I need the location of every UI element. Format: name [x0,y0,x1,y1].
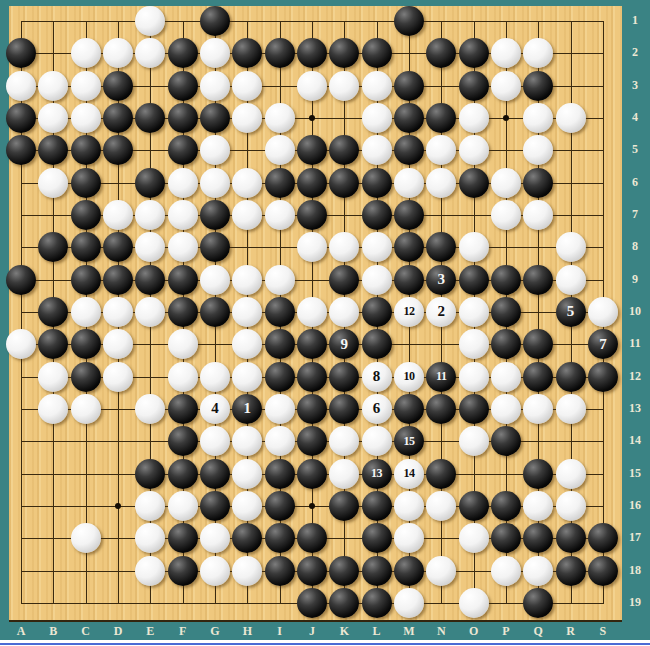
intersection-K3[interactable] [328,69,360,101]
intersection-P14[interactable] [490,425,522,457]
intersection-M7[interactable] [393,199,425,231]
intersection-I8[interactable] [263,231,295,263]
intersection-G10[interactable] [199,296,231,328]
intersection-C14[interactable] [69,425,101,457]
intersection-G6[interactable] [199,166,231,198]
intersection-N5[interactable] [425,134,457,166]
intersection-H8[interactable] [231,231,263,263]
intersection-B16[interactable] [37,490,69,522]
intersection-O1[interactable] [457,5,489,37]
intersection-C12[interactable] [69,360,101,392]
intersection-R13[interactable] [554,393,586,425]
intersection-B18[interactable] [37,554,69,586]
intersection-A14[interactable] [5,425,37,457]
intersection-L3[interactable] [360,69,392,101]
intersection-K18[interactable] [328,554,360,586]
intersection-G16[interactable] [199,490,231,522]
intersection-L1[interactable] [360,5,392,37]
intersection-D2[interactable] [102,37,134,69]
intersection-S16[interactable] [587,490,619,522]
intersection-S6[interactable] [587,166,619,198]
intersection-G1[interactable] [199,5,231,37]
intersection-I18[interactable] [263,554,295,586]
intersection-D12[interactable] [102,360,134,392]
intersection-J16[interactable] [296,490,328,522]
intersection-J4[interactable] [296,102,328,134]
intersection-N15[interactable] [425,457,457,489]
intersection-H4[interactable] [231,102,263,134]
intersection-R7[interactable] [554,199,586,231]
intersection-F1[interactable] [166,5,198,37]
intersection-R16[interactable] [554,490,586,522]
intersection-H16[interactable] [231,490,263,522]
intersection-C11[interactable] [69,328,101,360]
intersection-E12[interactable] [134,360,166,392]
intersection-O10[interactable] [457,296,489,328]
intersection-E3[interactable] [134,69,166,101]
intersection-E14[interactable] [134,425,166,457]
intersection-H14[interactable] [231,425,263,457]
intersection-G7[interactable] [199,199,231,231]
intersection-F10[interactable] [166,296,198,328]
intersection-F3[interactable] [166,69,198,101]
intersection-L9[interactable] [360,263,392,295]
intersection-G18[interactable] [199,554,231,586]
intersection-S11[interactable]: 7 [587,328,619,360]
intersection-A12[interactable] [5,360,37,392]
intersection-H10[interactable] [231,296,263,328]
intersection-D15[interactable] [102,457,134,489]
intersection-P3[interactable] [490,69,522,101]
intersection-K9[interactable] [328,263,360,295]
intersection-H19[interactable] [231,587,263,619]
intersection-R19[interactable] [554,587,586,619]
intersection-F15[interactable] [166,457,198,489]
intersection-J17[interactable] [296,522,328,554]
intersection-N17[interactable] [425,522,457,554]
intersection-Q14[interactable] [522,425,554,457]
intersection-Q6[interactable] [522,166,554,198]
intersection-E13[interactable] [134,393,166,425]
intersection-A17[interactable] [5,522,37,554]
intersection-L19[interactable] [360,587,392,619]
intersection-F4[interactable] [166,102,198,134]
intersection-P13[interactable] [490,393,522,425]
intersection-N12[interactable]: 11 [425,360,457,392]
intersection-E2[interactable] [134,37,166,69]
intersection-J15[interactable] [296,457,328,489]
intersection-S8[interactable] [587,231,619,263]
intersection-A15[interactable] [5,457,37,489]
intersection-N1[interactable] [425,5,457,37]
intersection-G9[interactable] [199,263,231,295]
intersection-A5[interactable] [5,134,37,166]
intersection-K13[interactable] [328,393,360,425]
intersection-H3[interactable] [231,69,263,101]
intersection-O5[interactable] [457,134,489,166]
intersection-H5[interactable] [231,134,263,166]
intersection-H15[interactable] [231,457,263,489]
intersection-B10[interactable] [37,296,69,328]
intersection-M2[interactable] [393,37,425,69]
intersection-F8[interactable] [166,231,198,263]
intersection-J14[interactable] [296,425,328,457]
intersection-N2[interactable] [425,37,457,69]
intersection-N6[interactable] [425,166,457,198]
intersection-E17[interactable] [134,522,166,554]
intersection-Q7[interactable] [522,199,554,231]
intersection-Q8[interactable] [522,231,554,263]
intersection-C1[interactable] [69,5,101,37]
intersection-G19[interactable] [199,587,231,619]
intersection-D8[interactable] [102,231,134,263]
intersection-S3[interactable] [587,69,619,101]
intersection-A2[interactable] [5,37,37,69]
intersection-I1[interactable] [263,5,295,37]
intersection-H7[interactable] [231,199,263,231]
intersection-F7[interactable] [166,199,198,231]
intersection-K12[interactable] [328,360,360,392]
intersection-A7[interactable] [5,199,37,231]
intersection-F2[interactable] [166,37,198,69]
intersection-I3[interactable] [263,69,295,101]
intersection-H17[interactable] [231,522,263,554]
intersection-B9[interactable] [37,263,69,295]
intersection-G14[interactable] [199,425,231,457]
intersection-L16[interactable] [360,490,392,522]
intersection-Q13[interactable] [522,393,554,425]
intersection-K14[interactable] [328,425,360,457]
intersection-M10[interactable]: 12 [393,296,425,328]
intersection-O14[interactable] [457,425,489,457]
intersection-L8[interactable] [360,231,392,263]
intersection-N14[interactable] [425,425,457,457]
intersection-M12[interactable]: 10 [393,360,425,392]
intersection-S10[interactable] [587,296,619,328]
intersection-K17[interactable] [328,522,360,554]
intersection-L7[interactable] [360,199,392,231]
intersection-Q9[interactable] [522,263,554,295]
intersection-J18[interactable] [296,554,328,586]
intersection-I4[interactable] [263,102,295,134]
intersection-E7[interactable] [134,199,166,231]
intersection-Q1[interactable] [522,5,554,37]
intersection-H6[interactable] [231,166,263,198]
intersection-N3[interactable] [425,69,457,101]
intersection-H11[interactable] [231,328,263,360]
intersection-G8[interactable] [199,231,231,263]
intersection-C3[interactable] [69,69,101,101]
intersection-I9[interactable] [263,263,295,295]
intersection-C7[interactable] [69,199,101,231]
intersection-J5[interactable] [296,134,328,166]
intersection-K5[interactable] [328,134,360,166]
intersection-H12[interactable] [231,360,263,392]
intersection-F13[interactable] [166,393,198,425]
intersection-P4[interactable] [490,102,522,134]
intersection-Q17[interactable] [522,522,554,554]
intersection-L4[interactable] [360,102,392,134]
intersection-P12[interactable] [490,360,522,392]
intersection-B14[interactable] [37,425,69,457]
intersection-P18[interactable] [490,554,522,586]
intersection-I12[interactable] [263,360,295,392]
intersection-P17[interactable] [490,522,522,554]
intersection-B6[interactable] [37,166,69,198]
intersection-A18[interactable] [5,554,37,586]
intersection-K16[interactable] [328,490,360,522]
intersection-P10[interactable] [490,296,522,328]
intersection-B15[interactable] [37,457,69,489]
intersection-M17[interactable] [393,522,425,554]
intersection-I2[interactable] [263,37,295,69]
intersection-L11[interactable] [360,328,392,360]
intersection-Q2[interactable] [522,37,554,69]
intersection-N11[interactable] [425,328,457,360]
intersection-G17[interactable] [199,522,231,554]
intersection-R11[interactable] [554,328,586,360]
intersection-D19[interactable] [102,587,134,619]
intersection-L13[interactable]: 6 [360,393,392,425]
intersection-K1[interactable] [328,5,360,37]
intersection-R2[interactable] [554,37,586,69]
intersection-I14[interactable] [263,425,295,457]
intersection-N18[interactable] [425,554,457,586]
intersection-K11[interactable]: 9 [328,328,360,360]
intersection-I16[interactable] [263,490,295,522]
intersection-O12[interactable] [457,360,489,392]
intersection-S5[interactable] [587,134,619,166]
intersection-L14[interactable] [360,425,392,457]
intersection-A16[interactable] [5,490,37,522]
intersection-M3[interactable] [393,69,425,101]
intersection-K7[interactable] [328,199,360,231]
intersection-M9[interactable] [393,263,425,295]
intersection-D16[interactable] [102,490,134,522]
intersection-C9[interactable] [69,263,101,295]
intersection-P7[interactable] [490,199,522,231]
intersection-A8[interactable] [5,231,37,263]
intersection-P9[interactable] [490,263,522,295]
intersection-B1[interactable] [37,5,69,37]
intersection-I17[interactable] [263,522,295,554]
intersection-F17[interactable] [166,522,198,554]
intersection-M4[interactable] [393,102,425,134]
intersection-M16[interactable] [393,490,425,522]
intersection-D1[interactable] [102,5,134,37]
intersection-S14[interactable] [587,425,619,457]
intersection-A1[interactable] [5,5,37,37]
intersection-C4[interactable] [69,102,101,134]
intersection-S17[interactable] [587,522,619,554]
intersection-J10[interactable] [296,296,328,328]
intersection-H2[interactable] [231,37,263,69]
intersection-H9[interactable] [231,263,263,295]
intersection-E1[interactable] [134,5,166,37]
intersection-N8[interactable] [425,231,457,263]
intersection-E10[interactable] [134,296,166,328]
intersection-R17[interactable] [554,522,586,554]
intersection-E9[interactable] [134,263,166,295]
intersection-E15[interactable] [134,457,166,489]
intersection-J3[interactable] [296,69,328,101]
intersection-P11[interactable] [490,328,522,360]
intersection-F6[interactable] [166,166,198,198]
intersection-P1[interactable] [490,5,522,37]
intersection-D6[interactable] [102,166,134,198]
intersection-E11[interactable] [134,328,166,360]
intersection-D3[interactable] [102,69,134,101]
intersection-K2[interactable] [328,37,360,69]
intersection-R5[interactable] [554,134,586,166]
intersection-L10[interactable] [360,296,392,328]
intersection-A10[interactable] [5,296,37,328]
intersection-J6[interactable] [296,166,328,198]
intersection-C16[interactable] [69,490,101,522]
intersection-F9[interactable] [166,263,198,295]
intersection-B5[interactable] [37,134,69,166]
intersection-G4[interactable] [199,102,231,134]
intersection-O6[interactable] [457,166,489,198]
intersection-B3[interactable] [37,69,69,101]
intersection-R18[interactable] [554,554,586,586]
intersection-C19[interactable] [69,587,101,619]
intersection-I10[interactable] [263,296,295,328]
intersection-A9[interactable] [5,263,37,295]
intersection-A3[interactable] [5,69,37,101]
intersection-H1[interactable] [231,5,263,37]
intersection-A11[interactable] [5,328,37,360]
intersection-S1[interactable] [587,5,619,37]
intersection-K10[interactable] [328,296,360,328]
intersection-D13[interactable] [102,393,134,425]
intersection-B12[interactable] [37,360,69,392]
intersection-C8[interactable] [69,231,101,263]
intersection-C10[interactable] [69,296,101,328]
intersection-R3[interactable] [554,69,586,101]
intersection-R1[interactable] [554,5,586,37]
intersection-C6[interactable] [69,166,101,198]
intersection-E18[interactable] [134,554,166,586]
intersection-K8[interactable] [328,231,360,263]
intersection-O2[interactable] [457,37,489,69]
intersection-D10[interactable] [102,296,134,328]
intersection-Q10[interactable] [522,296,554,328]
intersection-I19[interactable] [263,587,295,619]
intersection-O17[interactable] [457,522,489,554]
intersection-N4[interactable] [425,102,457,134]
intersection-A4[interactable] [5,102,37,134]
intersection-D9[interactable] [102,263,134,295]
intersection-K15[interactable] [328,457,360,489]
intersection-D18[interactable] [102,554,134,586]
intersection-O4[interactable] [457,102,489,134]
intersection-B11[interactable] [37,328,69,360]
intersection-M8[interactable] [393,231,425,263]
intersection-B2[interactable] [37,37,69,69]
intersection-P5[interactable] [490,134,522,166]
intersection-N16[interactable] [425,490,457,522]
intersection-N13[interactable] [425,393,457,425]
intersection-G11[interactable] [199,328,231,360]
intersection-D14[interactable] [102,425,134,457]
intersection-S7[interactable] [587,199,619,231]
intersection-Q12[interactable] [522,360,554,392]
intersection-D11[interactable] [102,328,134,360]
intersection-D7[interactable] [102,199,134,231]
intersection-H13[interactable]: 1 [231,393,263,425]
intersection-Q4[interactable] [522,102,554,134]
intersection-E5[interactable] [134,134,166,166]
intersection-L2[interactable] [360,37,392,69]
intersection-E8[interactable] [134,231,166,263]
intersection-P2[interactable] [490,37,522,69]
intersection-R14[interactable] [554,425,586,457]
intersection-S18[interactable] [587,554,619,586]
intersection-C18[interactable] [69,554,101,586]
intersection-C15[interactable] [69,457,101,489]
intersection-Q16[interactable] [522,490,554,522]
intersection-L12[interactable]: 8 [360,360,392,392]
intersection-C2[interactable] [69,37,101,69]
intersection-F5[interactable] [166,134,198,166]
intersection-F12[interactable] [166,360,198,392]
intersection-R6[interactable] [554,166,586,198]
intersection-E19[interactable] [134,587,166,619]
intersection-K19[interactable] [328,587,360,619]
intersection-R15[interactable] [554,457,586,489]
intersection-G2[interactable] [199,37,231,69]
intersection-O18[interactable] [457,554,489,586]
intersection-S13[interactable] [587,393,619,425]
intersection-M15[interactable]: 14 [393,457,425,489]
intersection-O19[interactable] [457,587,489,619]
intersection-I5[interactable] [263,134,295,166]
intersection-F19[interactable] [166,587,198,619]
intersection-D5[interactable] [102,134,134,166]
intersection-C17[interactable] [69,522,101,554]
intersection-F11[interactable] [166,328,198,360]
intersection-R9[interactable] [554,263,586,295]
intersection-B8[interactable] [37,231,69,263]
intersection-N7[interactable] [425,199,457,231]
intersection-J7[interactable] [296,199,328,231]
intersection-M13[interactable] [393,393,425,425]
intersection-Q19[interactable] [522,587,554,619]
intersection-P16[interactable] [490,490,522,522]
intersection-B19[interactable] [37,587,69,619]
intersection-I6[interactable] [263,166,295,198]
intersection-O7[interactable] [457,199,489,231]
intersection-O11[interactable] [457,328,489,360]
intersection-M1[interactable] [393,5,425,37]
intersection-L5[interactable] [360,134,392,166]
intersection-L18[interactable] [360,554,392,586]
intersection-P6[interactable] [490,166,522,198]
intersection-O15[interactable] [457,457,489,489]
intersection-R4[interactable] [554,102,586,134]
intersection-J19[interactable] [296,587,328,619]
intersection-C5[interactable] [69,134,101,166]
intersection-I11[interactable] [263,328,295,360]
intersection-J1[interactable] [296,5,328,37]
intersection-G15[interactable] [199,457,231,489]
intersection-S4[interactable] [587,102,619,134]
intersection-O8[interactable] [457,231,489,263]
intersection-B13[interactable] [37,393,69,425]
intersection-I13[interactable] [263,393,295,425]
intersection-M19[interactable] [393,587,425,619]
